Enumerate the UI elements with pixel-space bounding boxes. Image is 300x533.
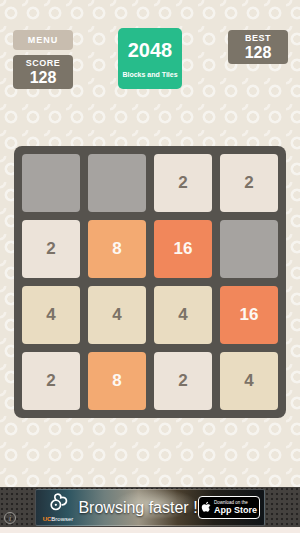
tile-8: 8 — [88, 352, 146, 410]
game-title-box: 2048 Blocks and Tiles — [118, 28, 182, 89]
ad-info-icon[interactable]: i — [4, 512, 16, 524]
uc-browser-logo: UCBrowser — [38, 492, 78, 523]
tile-2: 2 — [220, 154, 278, 212]
tile-16: 16 — [154, 220, 212, 278]
app-screen: MENU SCORE 128 2048 Blocks and Tiles BES… — [0, 0, 300, 533]
best-panel: BEST 128 — [228, 30, 288, 64]
score-value: 128 — [30, 69, 57, 86]
board-grid[interactable]: 222816444162824 — [14, 146, 286, 418]
apple-logo-icon — [201, 499, 211, 517]
tile-2: 2 — [22, 352, 80, 410]
ad-strip: i UCBrowser Browsing faster ! — [0, 487, 300, 527]
best-label: BEST — [245, 33, 271, 44]
ad-banner[interactable]: UCBrowser Browsing faster ! Download on … — [35, 489, 265, 526]
tile-4: 4 — [154, 286, 212, 344]
score-label: SCORE — [26, 58, 61, 69]
game-subtitle: Blocks and Tiles — [122, 71, 177, 78]
empty-cell — [220, 220, 278, 278]
game-title: 2048 — [128, 40, 173, 60]
uc-browser-wordmark: UCBrowser — [43, 516, 74, 523]
tile-16: 16 — [220, 286, 278, 344]
tile-2: 2 — [154, 154, 212, 212]
app-store-badge[interactable]: Download on the App Store — [198, 496, 260, 519]
tile-8: 8 — [88, 220, 146, 278]
footer-strip — [0, 527, 300, 533]
squirrel-icon — [47, 492, 69, 516]
menu-button[interactable]: MENU — [13, 30, 73, 50]
tile-4: 4 — [22, 286, 80, 344]
tile-4: 4 — [88, 286, 146, 344]
tile-2: 2 — [154, 352, 212, 410]
ad-headline: Browsing faster ! — [78, 499, 198, 517]
empty-cell — [88, 154, 146, 212]
tile-4: 4 — [220, 352, 278, 410]
best-value: 128 — [245, 44, 272, 61]
empty-cell — [22, 154, 80, 212]
tile-2: 2 — [22, 220, 80, 278]
badge-text: App Store — [214, 505, 257, 515]
score-panel: SCORE 128 — [13, 55, 73, 89]
